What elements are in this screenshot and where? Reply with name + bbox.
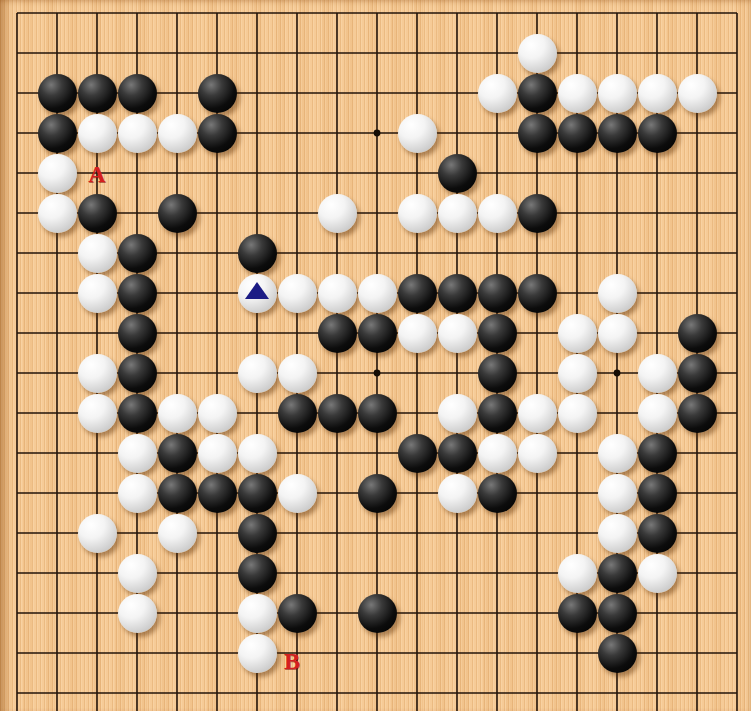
black-stone[interactable] bbox=[158, 474, 197, 513]
black-stone[interactable] bbox=[358, 314, 397, 353]
white-stone[interactable] bbox=[438, 394, 477, 433]
white-stone[interactable] bbox=[398, 194, 437, 233]
black-stone[interactable] bbox=[638, 114, 677, 153]
star-point bbox=[374, 130, 381, 137]
white-stone[interactable] bbox=[38, 194, 77, 233]
white-stone[interactable] bbox=[558, 554, 597, 593]
black-stone[interactable] bbox=[158, 434, 197, 473]
white-stone[interactable] bbox=[118, 554, 157, 593]
white-stone[interactable] bbox=[278, 474, 317, 513]
black-stone[interactable] bbox=[398, 274, 437, 313]
black-stone[interactable] bbox=[518, 274, 557, 313]
black-stone[interactable] bbox=[118, 394, 157, 433]
black-stone[interactable] bbox=[478, 314, 517, 353]
white-stone[interactable] bbox=[238, 274, 277, 313]
white-stone[interactable] bbox=[438, 474, 477, 513]
white-stone[interactable] bbox=[638, 394, 677, 433]
white-stone[interactable] bbox=[118, 474, 157, 513]
white-stone[interactable] bbox=[238, 634, 277, 673]
white-stone[interactable] bbox=[398, 314, 437, 353]
white-stone[interactable] bbox=[158, 114, 197, 153]
white-stone[interactable] bbox=[78, 514, 117, 553]
black-stone[interactable] bbox=[598, 554, 637, 593]
white-stone[interactable] bbox=[118, 114, 157, 153]
white-stone[interactable] bbox=[518, 394, 557, 433]
white-stone[interactable] bbox=[558, 74, 597, 113]
black-stone[interactable] bbox=[398, 434, 437, 473]
white-stone[interactable] bbox=[198, 434, 237, 473]
black-stone[interactable] bbox=[518, 114, 557, 153]
go-board[interactable]: AB bbox=[0, 0, 751, 711]
white-stone[interactable] bbox=[478, 434, 517, 473]
white-stone[interactable] bbox=[238, 434, 277, 473]
black-stone[interactable] bbox=[438, 154, 477, 193]
black-stone[interactable] bbox=[358, 594, 397, 633]
white-stone[interactable] bbox=[558, 394, 597, 433]
white-stone[interactable] bbox=[38, 154, 77, 193]
white-stone[interactable] bbox=[398, 114, 437, 153]
black-stone[interactable] bbox=[318, 394, 357, 433]
black-stone[interactable] bbox=[478, 354, 517, 393]
black-stone[interactable] bbox=[598, 594, 637, 633]
star-point bbox=[374, 370, 381, 377]
black-stone[interactable] bbox=[38, 74, 77, 113]
black-stone[interactable] bbox=[118, 74, 157, 113]
white-stone[interactable] bbox=[78, 274, 117, 313]
black-stone[interactable] bbox=[118, 234, 157, 273]
white-stone[interactable] bbox=[598, 314, 637, 353]
white-stone[interactable] bbox=[638, 354, 677, 393]
black-stone[interactable] bbox=[278, 594, 317, 633]
white-stone[interactable] bbox=[598, 434, 637, 473]
white-stone[interactable] bbox=[598, 274, 637, 313]
white-stone[interactable] bbox=[158, 514, 197, 553]
white-stone[interactable] bbox=[318, 274, 357, 313]
black-stone[interactable] bbox=[518, 74, 557, 113]
black-stone[interactable] bbox=[558, 114, 597, 153]
black-stone[interactable] bbox=[598, 634, 637, 673]
black-stone[interactable] bbox=[118, 274, 157, 313]
white-stone[interactable] bbox=[78, 234, 117, 273]
white-stone[interactable] bbox=[638, 554, 677, 593]
black-stone[interactable] bbox=[638, 434, 677, 473]
point-label-a[interactable]: A bbox=[88, 162, 105, 186]
white-stone[interactable] bbox=[158, 394, 197, 433]
black-stone[interactable] bbox=[638, 474, 677, 513]
white-stone[interactable] bbox=[278, 274, 317, 313]
white-stone[interactable] bbox=[198, 394, 237, 433]
black-stone[interactable] bbox=[598, 114, 637, 153]
black-stone[interactable] bbox=[238, 234, 277, 273]
white-stone[interactable] bbox=[598, 474, 637, 513]
black-stone[interactable] bbox=[158, 194, 197, 233]
black-stone[interactable] bbox=[558, 594, 597, 633]
black-stone[interactable] bbox=[638, 514, 677, 553]
white-stone[interactable] bbox=[78, 354, 117, 393]
white-stone[interactable] bbox=[78, 394, 117, 433]
black-stone[interactable] bbox=[198, 114, 237, 153]
black-stone[interactable] bbox=[438, 274, 477, 313]
white-stone[interactable] bbox=[558, 354, 597, 393]
black-stone[interactable] bbox=[38, 114, 77, 153]
white-stone[interactable] bbox=[598, 514, 637, 553]
black-stone[interactable] bbox=[438, 434, 477, 473]
black-stone[interactable] bbox=[358, 474, 397, 513]
black-stone[interactable] bbox=[678, 354, 717, 393]
white-stone[interactable] bbox=[238, 354, 277, 393]
black-stone[interactable] bbox=[118, 354, 157, 393]
black-stone[interactable] bbox=[478, 394, 517, 433]
black-stone[interactable] bbox=[318, 314, 357, 353]
black-stone[interactable] bbox=[118, 314, 157, 353]
white-stone[interactable] bbox=[478, 194, 517, 233]
white-stone[interactable] bbox=[118, 594, 157, 633]
white-stone[interactable] bbox=[318, 194, 357, 233]
white-stone[interactable] bbox=[78, 114, 117, 153]
white-stone[interactable] bbox=[358, 274, 397, 313]
white-stone[interactable] bbox=[558, 314, 597, 353]
white-stone[interactable] bbox=[438, 314, 477, 353]
white-stone[interactable] bbox=[438, 194, 477, 233]
black-stone[interactable] bbox=[678, 394, 717, 433]
white-stone[interactable] bbox=[518, 34, 557, 73]
black-stone[interactable] bbox=[678, 314, 717, 353]
white-stone[interactable] bbox=[238, 594, 277, 633]
black-stone[interactable] bbox=[238, 554, 277, 593]
black-stone[interactable] bbox=[198, 474, 237, 513]
white-stone[interactable] bbox=[478, 74, 517, 113]
black-stone[interactable] bbox=[238, 474, 277, 513]
white-stone[interactable] bbox=[118, 434, 157, 473]
white-stone[interactable] bbox=[518, 434, 557, 473]
black-stone[interactable] bbox=[238, 514, 277, 553]
star-point bbox=[614, 370, 621, 377]
black-stone[interactable] bbox=[78, 194, 117, 233]
white-stone[interactable] bbox=[678, 74, 717, 113]
black-stone[interactable] bbox=[78, 74, 117, 113]
black-stone[interactable] bbox=[358, 394, 397, 433]
white-stone[interactable] bbox=[638, 74, 677, 113]
black-stone[interactable] bbox=[278, 394, 317, 433]
black-stone[interactable] bbox=[518, 194, 557, 233]
black-stone[interactable] bbox=[478, 474, 517, 513]
black-stone[interactable] bbox=[198, 74, 237, 113]
black-stone[interactable] bbox=[478, 274, 517, 313]
white-stone[interactable] bbox=[278, 354, 317, 393]
point-label-b[interactable]: B bbox=[284, 649, 300, 673]
white-stone[interactable] bbox=[598, 74, 637, 113]
